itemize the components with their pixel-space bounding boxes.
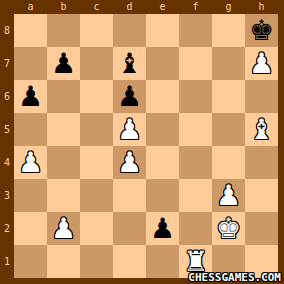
square-b7[interactable]: ♟ <box>47 47 80 80</box>
square-a7[interactable] <box>14 47 47 80</box>
white-pawn-h7[interactable]: ♟ <box>245 47 278 80</box>
black-pawn-e2[interactable]: ♟ <box>146 212 179 245</box>
square-c5[interactable] <box>80 113 113 146</box>
square-e7[interactable] <box>146 47 179 80</box>
square-a8[interactable] <box>14 14 47 47</box>
square-d8[interactable] <box>113 14 146 47</box>
black-bishop-d7[interactable]: ♝ <box>113 47 146 80</box>
square-d1[interactable] <box>113 245 146 278</box>
square-g3[interactable]: ♟ <box>212 179 245 212</box>
square-a5[interactable] <box>14 113 47 146</box>
square-h5[interactable]: ♝ <box>245 113 278 146</box>
square-g2[interactable]: ♚ <box>212 212 245 245</box>
rank-label-3: 3 <box>0 179 14 212</box>
square-d6[interactable]: ♟ <box>113 80 146 113</box>
rank-label-6: 6 <box>0 80 14 113</box>
board: ♚♟♝♟♟♟♟♝♟♟♟♟♟♚♜ <box>14 14 278 278</box>
square-e2[interactable]: ♟ <box>146 212 179 245</box>
file-label-c: c <box>80 0 113 14</box>
square-a1[interactable] <box>14 245 47 278</box>
square-e6[interactable] <box>146 80 179 113</box>
square-h2[interactable] <box>245 212 278 245</box>
white-pawn-a4[interactable]: ♟ <box>14 146 47 179</box>
black-king-h8[interactable]: ♚ <box>245 14 278 47</box>
square-g5[interactable] <box>212 113 245 146</box>
white-bishop-h5[interactable]: ♝ <box>245 113 278 146</box>
square-e4[interactable] <box>146 146 179 179</box>
square-c4[interactable] <box>80 146 113 179</box>
square-g8[interactable] <box>212 14 245 47</box>
square-a6[interactable]: ♟ <box>14 80 47 113</box>
white-pawn-d5[interactable]: ♟ <box>113 113 146 146</box>
file-label-h: h <box>245 0 278 14</box>
rank-label-8: 8 <box>0 14 14 47</box>
file-label-g: g <box>212 0 245 14</box>
rank-label-1: 1 <box>0 245 14 278</box>
square-a3[interactable] <box>14 179 47 212</box>
square-b1[interactable] <box>47 245 80 278</box>
square-b4[interactable] <box>47 146 80 179</box>
black-pawn-a6[interactable]: ♟ <box>14 80 47 113</box>
square-c8[interactable] <box>80 14 113 47</box>
square-h6[interactable] <box>245 80 278 113</box>
square-f2[interactable] <box>179 212 212 245</box>
square-h8[interactable]: ♚ <box>245 14 278 47</box>
file-label-a: a <box>14 0 47 14</box>
file-label-f: f <box>179 0 212 14</box>
rank-label-7: 7 <box>0 47 14 80</box>
rank-label-2: 2 <box>0 212 14 245</box>
rank-label-5: 5 <box>0 113 14 146</box>
file-label-e: e <box>146 0 179 14</box>
square-a4[interactable]: ♟ <box>14 146 47 179</box>
chessgames-watermark: CHESSGAMES.COM <box>188 271 281 284</box>
square-f7[interactable] <box>179 47 212 80</box>
square-h4[interactable] <box>245 146 278 179</box>
black-pawn-b7[interactable]: ♟ <box>47 47 80 80</box>
square-g6[interactable] <box>212 80 245 113</box>
square-c1[interactable] <box>80 245 113 278</box>
square-f8[interactable] <box>179 14 212 47</box>
black-pawn-d6[interactable]: ♟ <box>113 80 146 113</box>
square-e8[interactable] <box>146 14 179 47</box>
white-king-g2[interactable]: ♚ <box>212 212 245 245</box>
square-g7[interactable] <box>212 47 245 80</box>
square-b3[interactable] <box>47 179 80 212</box>
square-h7[interactable]: ♟ <box>245 47 278 80</box>
file-labels: abcdefgh <box>14 0 278 14</box>
rank-label-4: 4 <box>0 146 14 179</box>
square-a2[interactable] <box>14 212 47 245</box>
square-e3[interactable] <box>146 179 179 212</box>
square-h3[interactable] <box>245 179 278 212</box>
square-c3[interactable] <box>80 179 113 212</box>
rank-labels: 87654321 <box>0 14 14 278</box>
file-label-d: d <box>113 0 146 14</box>
square-b8[interactable] <box>47 14 80 47</box>
square-d5[interactable]: ♟ <box>113 113 146 146</box>
square-b5[interactable] <box>47 113 80 146</box>
square-b6[interactable] <box>47 80 80 113</box>
square-b2[interactable]: ♟ <box>47 212 80 245</box>
square-g4[interactable] <box>212 146 245 179</box>
square-d2[interactable] <box>113 212 146 245</box>
square-e1[interactable] <box>146 245 179 278</box>
square-f3[interactable] <box>179 179 212 212</box>
square-c7[interactable] <box>80 47 113 80</box>
white-pawn-d4[interactable]: ♟ <box>113 146 146 179</box>
square-e5[interactable] <box>146 113 179 146</box>
file-label-b: b <box>47 0 80 14</box>
square-d4[interactable]: ♟ <box>113 146 146 179</box>
square-f4[interactable] <box>179 146 212 179</box>
white-pawn-g3[interactable]: ♟ <box>212 179 245 212</box>
square-c2[interactable] <box>80 212 113 245</box>
square-c6[interactable] <box>80 80 113 113</box>
square-d7[interactable]: ♝ <box>113 47 146 80</box>
square-f6[interactable] <box>179 80 212 113</box>
chess-diagram: abcdefgh 87654321 ♚♟♝♟♟♟♟♝♟♟♟♟♟♚♜ CHESSG… <box>0 0 284 284</box>
square-d3[interactable] <box>113 179 146 212</box>
square-f5[interactable] <box>179 113 212 146</box>
white-pawn-b2[interactable]: ♟ <box>47 212 80 245</box>
